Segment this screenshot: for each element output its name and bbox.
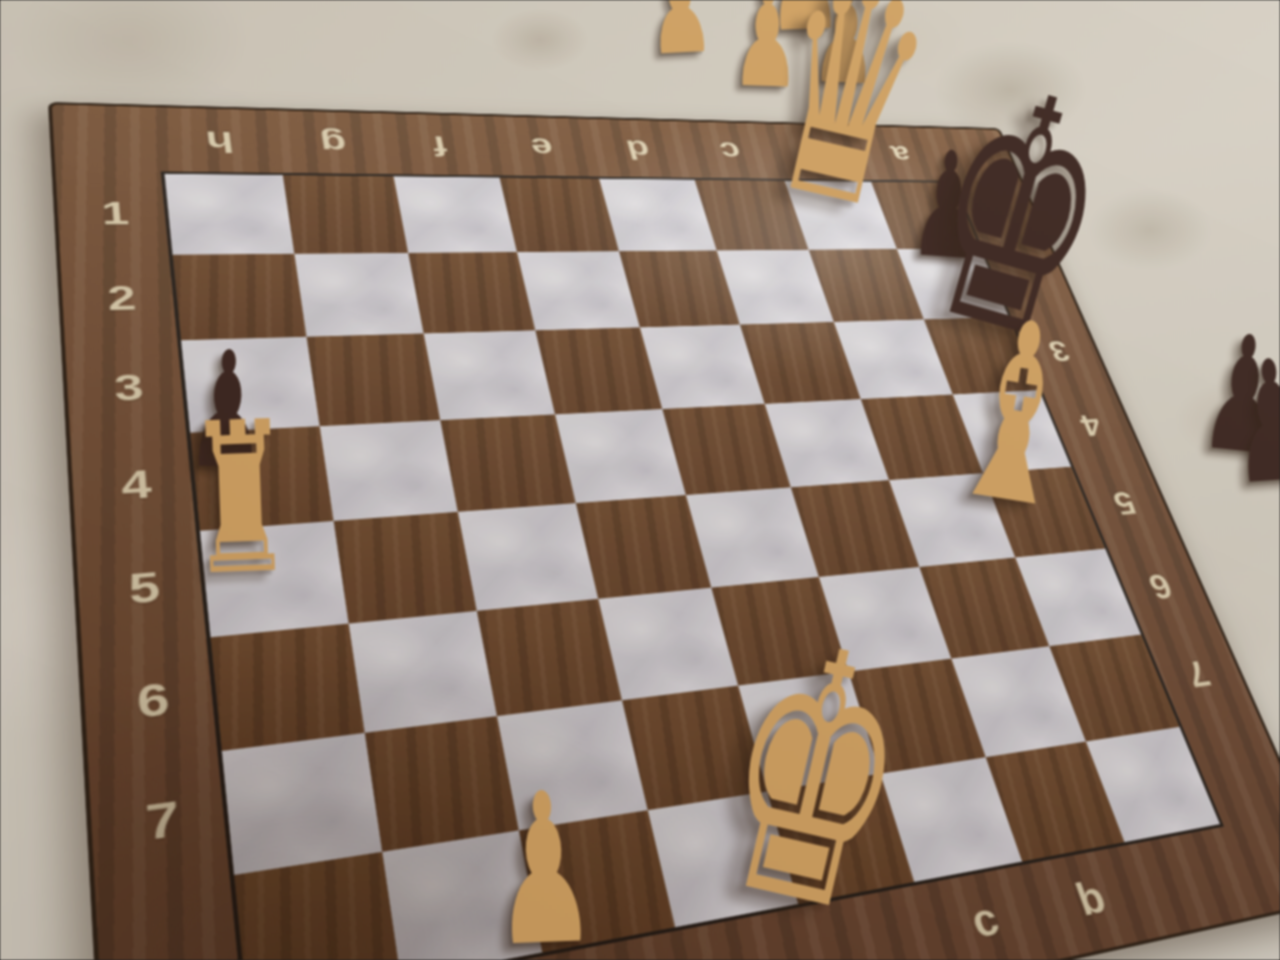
file-label-top-h: h [205, 127, 236, 157]
rank-label-left-1: 1 [100, 197, 130, 229]
square-g6 [348, 610, 497, 733]
rank-label-left-2: 2 [106, 280, 137, 314]
square-f2 [408, 252, 535, 334]
rank-label-right-4: 4 [1076, 410, 1107, 441]
file-label-top-c: c [716, 139, 744, 165]
rank-label-right-6: 6 [1144, 569, 1177, 604]
square-g4 [319, 420, 458, 521]
rank-label-left-5: 5 [127, 566, 161, 611]
playing-area [161, 171, 1224, 960]
rank-label-right-7: 7 [1181, 655, 1215, 693]
square-g7 [364, 716, 519, 851]
rank-label-right-3: 3 [1044, 337, 1074, 366]
rank-label-right-5: 5 [1109, 487, 1141, 520]
square-h1 [165, 174, 294, 255]
square-g1 [282, 175, 408, 253]
square-h3 [181, 337, 319, 432]
square-h2 [173, 253, 306, 340]
file-label-bottom-b: b [1071, 875, 1111, 923]
square-f7 [497, 700, 647, 829]
square-g3 [306, 333, 440, 425]
square-h6 [210, 623, 364, 751]
file-label-top-d: d [624, 136, 654, 163]
rank-label-left-7: 7 [144, 794, 181, 848]
file-label-top-b: b [803, 141, 833, 167]
square-f3 [424, 330, 555, 419]
square-h5 [200, 521, 348, 637]
square-g8 [381, 830, 542, 960]
square-h4 [190, 426, 333, 531]
square-f5 [458, 503, 598, 610]
square-f6 [477, 598, 622, 716]
square-g2 [294, 253, 424, 337]
square-h7 [222, 733, 382, 874]
file-label-top-g: g [318, 130, 349, 159]
square-f4 [440, 414, 575, 512]
file-label-top-e: e [528, 134, 556, 161]
square-g5 [333, 512, 477, 623]
photo-scene: hgfedcba123456734567cb ♛♟♚♟♜♝♚♟♟♟♟♟♟♟ [0, 0, 1280, 960]
file-label-top-a: a [888, 142, 916, 167]
file-label-top-f: f [431, 132, 450, 160]
rank-label-left-6: 6 [135, 676, 171, 725]
rank-label-left-4: 4 [120, 464, 153, 505]
square-f1 [394, 176, 517, 252]
rank-label-left-3: 3 [113, 369, 145, 407]
file-label-bottom-c: c [966, 895, 1004, 944]
